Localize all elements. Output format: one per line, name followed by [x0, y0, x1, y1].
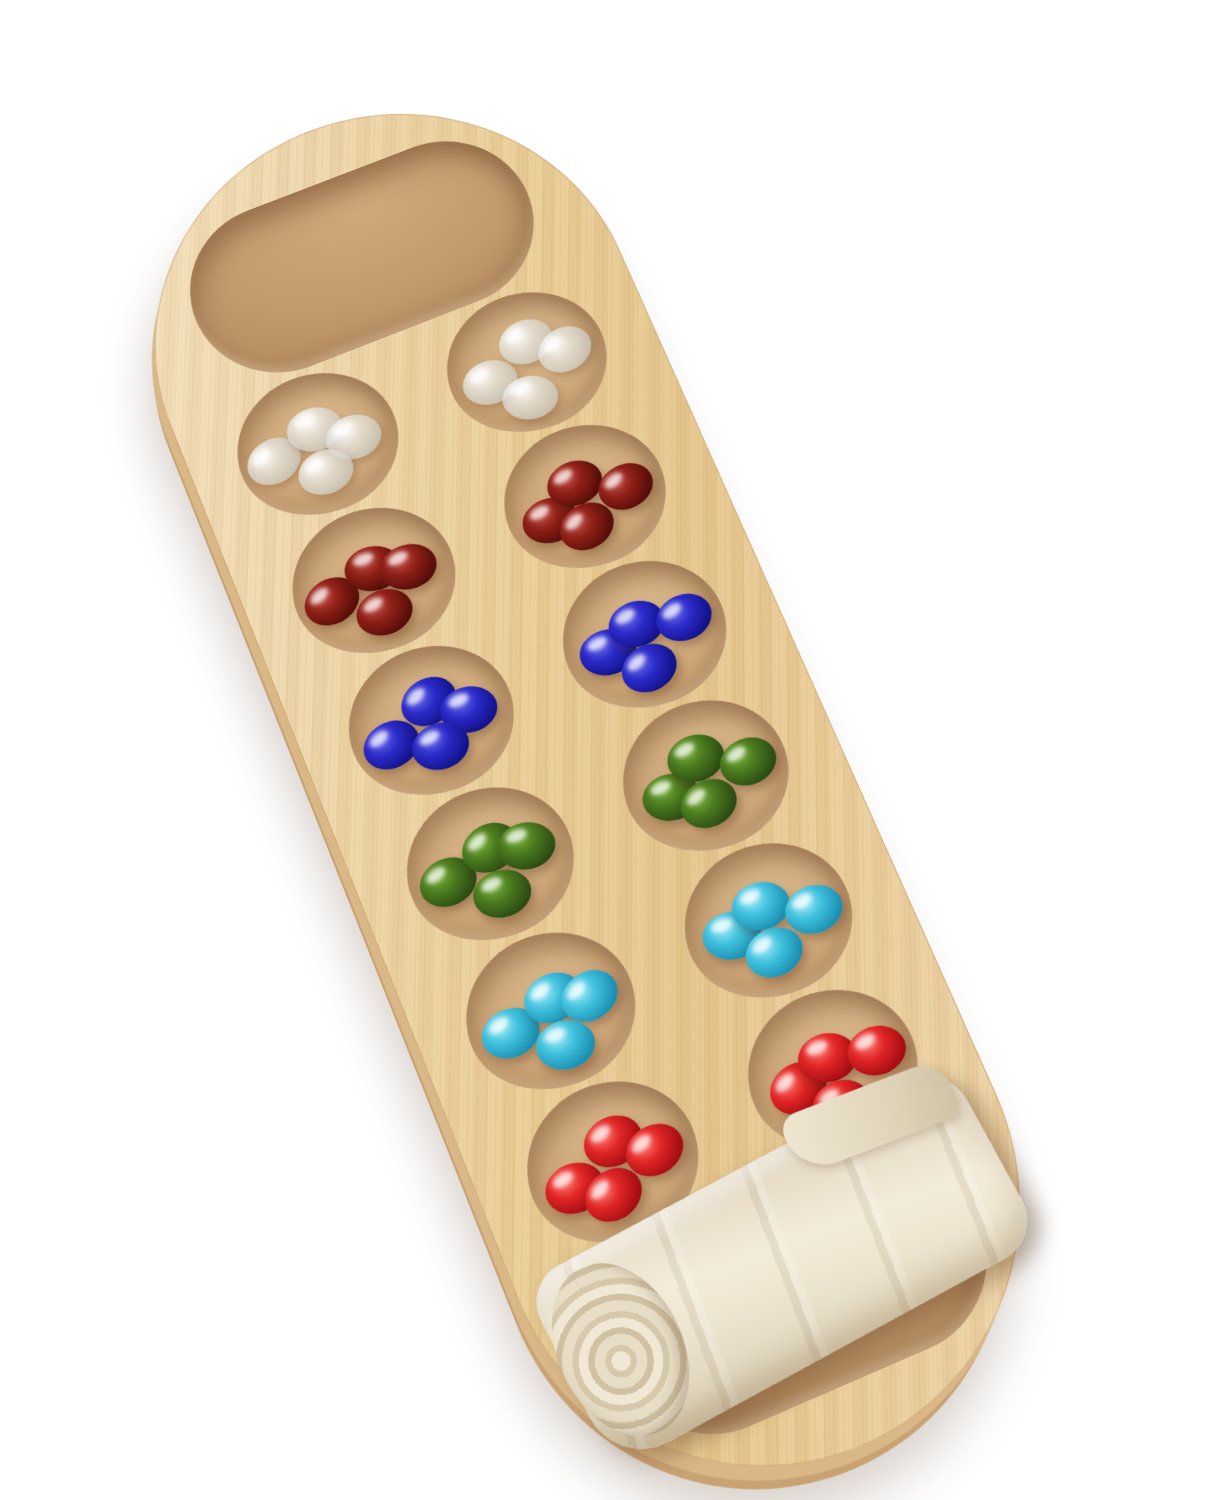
mancala-board — [87, 47, 1106, 1500]
gem-darkred — [350, 581, 420, 643]
product-photo-scene — [0, 0, 1210, 1500]
gem-blue — [648, 585, 720, 650]
gem-teal — [531, 1015, 600, 1075]
